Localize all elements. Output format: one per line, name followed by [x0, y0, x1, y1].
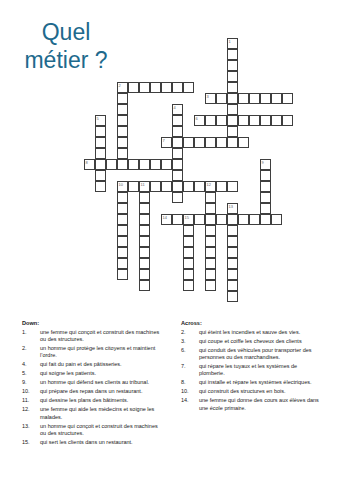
grid-cell[interactable]: [139, 247, 150, 258]
down-clues-section: Down: 1.une femme qui conçoit et constru…: [22, 320, 172, 448]
grid-cell[interactable]: [128, 82, 139, 93]
clue-item-text: qui dessine les plans des bâtiments.: [40, 397, 160, 404]
grid-cell[interactable]: [205, 269, 216, 280]
grid-cell[interactable]: [227, 269, 238, 280]
clue-item: 4.qui fait du pain et des pâtisseries.: [22, 361, 172, 368]
grid-cell[interactable]: [260, 203, 271, 214]
grid-cell[interactable]: [205, 214, 216, 225]
grid-cell[interactable]: [161, 214, 172, 225]
clue-item: 1.une femme qui conçoit et construit des…: [22, 329, 172, 344]
grid-cell[interactable]: [183, 280, 194, 291]
clue-item: 8.qui installe et répare les systèmes él…: [181, 379, 337, 386]
grid-cell[interactable]: [205, 115, 216, 126]
grid-cell[interactable]: [139, 192, 150, 203]
grid-cell[interactable]: [183, 269, 194, 280]
grid-cell[interactable]: [183, 247, 194, 258]
grid-cell[interactable]: [282, 115, 293, 126]
grid-cell[interactable]: [238, 214, 249, 225]
grid-cell[interactable]: [216, 214, 227, 225]
clue-item-number: 4.: [22, 361, 35, 368]
grid-cell[interactable]: [117, 236, 128, 247]
grid-cell[interactable]: [271, 93, 282, 104]
grid-cell[interactable]: [117, 258, 128, 269]
grid-cell[interactable]: [128, 159, 139, 170]
grid-cell[interactable]: [205, 181, 216, 192]
grid-cell[interactable]: [139, 236, 150, 247]
grid-cell[interactable]: [117, 93, 128, 104]
clue-item-number: 2.: [181, 329, 194, 336]
grid-cell[interactable]: [117, 203, 128, 214]
across-clues-list: 2.qui éteint les incendies et sauve des …: [181, 329, 337, 413]
grid-cell[interactable]: [150, 159, 161, 170]
grid-cell[interactable]: [183, 258, 194, 269]
grid-cell[interactable]: [139, 82, 150, 93]
grid-cell[interactable]: [139, 203, 150, 214]
grid-cell[interactable]: [128, 181, 139, 192]
grid-cell[interactable]: [117, 181, 128, 192]
grid-cell[interactable]: [205, 93, 216, 104]
grid-cell[interactable]: [139, 258, 150, 269]
grid-cell[interactable]: [150, 181, 161, 192]
grid-cell[interactable]: [216, 93, 227, 104]
grid-cell[interactable]: [139, 225, 150, 236]
down-clues-header: Down:: [22, 320, 172, 326]
clue-item: 15.qui sert les clients dans un restaura…: [22, 439, 172, 446]
clue-item-number: 5.: [22, 370, 35, 377]
grid-cell[interactable]: [172, 170, 183, 181]
grid-cell[interactable]: [161, 181, 172, 192]
clue-item-text: qui répare les tuyaux et les systèmes de…: [199, 363, 319, 378]
grid-cell[interactable]: [227, 280, 238, 291]
clue-item-text: une femme qui aide les médecins et soign…: [40, 406, 160, 421]
grid-cell[interactable]: [227, 126, 238, 137]
grid-cell[interactable]: [205, 137, 216, 148]
grid-cell[interactable]: [172, 126, 183, 137]
grid-cell[interactable]: [227, 225, 238, 236]
grid-cell[interactable]: [161, 82, 172, 93]
down-clues-list: 1.une femme qui conçoit et construit des…: [22, 329, 172, 447]
clue-item-text: un homme qui protège les citoyens et mai…: [40, 345, 160, 360]
grid-cell[interactable]: [117, 104, 128, 115]
grid-cell[interactable]: [172, 148, 183, 159]
clue-item-text: qui coupe et coiffe les cheveux des clie…: [199, 338, 319, 345]
grid-cell[interactable]: [260, 170, 271, 181]
grid-cell[interactable]: [95, 159, 106, 170]
clue-item: 12.une femme qui aide les médecins et so…: [22, 406, 172, 421]
grid-cell[interactable]: [95, 148, 106, 159]
clue-item-number: 6.: [181, 347, 194, 362]
grid-cell[interactable]: [194, 214, 205, 225]
clue-item-text: qui conduit des véhicules pour transport…: [199, 347, 319, 362]
grid-cell[interactable]: [227, 236, 238, 247]
clue-item-number: 1.: [22, 329, 35, 344]
clue-item: 2.qui éteint les incendies et sauve des …: [181, 329, 337, 336]
clue-item-number: 10.: [22, 388, 35, 395]
grid-cell[interactable]: [95, 115, 106, 126]
grid-cell[interactable]: [227, 104, 238, 115]
clue-item-number: 7.: [181, 363, 194, 378]
grid-cell[interactable]: [95, 170, 106, 181]
clue-item-text: qui soigne les patients.: [40, 370, 160, 377]
clue-item-text: qui éteint les incendies et sauve des vi…: [199, 329, 319, 336]
grid-cell[interactable]: [172, 82, 183, 93]
clue-item: 9.un homme qui défend ses clients au tri…: [22, 379, 172, 386]
grid-cell[interactable]: [227, 49, 238, 60]
grid-cell[interactable]: [260, 181, 271, 192]
grid-cell[interactable]: [260, 214, 271, 225]
clue-item: 2.un homme qui protège les citoyens et m…: [22, 345, 172, 360]
grid-cell[interactable]: [205, 192, 216, 203]
grid-cell[interactable]: [139, 159, 150, 170]
grid-cell[interactable]: [227, 181, 238, 192]
grid-cell[interactable]: [117, 269, 128, 280]
across-clues-section: Across: 2.qui éteint les incendies et sa…: [181, 320, 337, 414]
grid-cell[interactable]: [194, 181, 205, 192]
grid-cell[interactable]: [172, 115, 183, 126]
grid-cell[interactable]: [249, 214, 260, 225]
clue-item-number: 13.: [22, 423, 35, 438]
grid-cell[interactable]: [183, 236, 194, 247]
grid-cell[interactable]: [161, 137, 172, 148]
grid-cell[interactable]: [117, 126, 128, 137]
grid-cell[interactable]: [216, 181, 227, 192]
grid-cell[interactable]: [227, 71, 238, 82]
clue-item-text: une femme qui donne des cours aux élèves…: [199, 397, 319, 412]
clue-item-number: 10.: [181, 388, 194, 395]
clue-item: 11.qui dessine les plans des bâtiments.: [22, 397, 172, 404]
grid-cell[interactable]: [205, 225, 216, 236]
grid-cell[interactable]: [172, 159, 183, 170]
clue-item-number: 11.: [22, 397, 35, 404]
grid-cell[interactable]: [117, 247, 128, 258]
clue-item: 5.qui soigne les patients.: [22, 370, 172, 377]
grid-cell[interactable]: [95, 137, 106, 148]
grid-cell[interactable]: [139, 181, 150, 192]
clue-item-number: 15.: [22, 439, 35, 446]
across-clues-header: Across:: [181, 320, 337, 326]
grid-cell[interactable]: [117, 225, 128, 236]
grid-cell[interactable]: [227, 82, 238, 93]
grid-cell[interactable]: [227, 137, 238, 148]
grid-cell[interactable]: [183, 225, 194, 236]
grid-cell[interactable]: [95, 181, 106, 192]
grid-cell[interactable]: [227, 214, 238, 225]
clue-item-number: 14.: [181, 397, 194, 412]
grid-cell[interactable]: [95, 126, 106, 137]
grid-cell[interactable]: [117, 192, 128, 203]
clue-item-text: qui sert les clients dans un restaurant.: [40, 439, 160, 446]
page: Quel métier ? 123456789101112131415 Down…: [0, 0, 353, 500]
clue-item-text: un homme qui défend ses clients au tribu…: [40, 379, 160, 386]
grid-cell[interactable]: [227, 247, 238, 258]
grid-cell[interactable]: [150, 82, 161, 93]
crossword-grid: 123456789101112131415: [84, 38, 294, 303]
grid-cell[interactable]: [139, 280, 150, 291]
clue-item-text: qui construit des structures en bois.: [199, 388, 319, 395]
grid-cell[interactable]: [271, 214, 282, 225]
grid-cell[interactable]: [216, 115, 227, 126]
clue-item-text: qui prépare des repas dans un restaurant…: [40, 388, 160, 395]
grid-cell[interactable]: [139, 269, 150, 280]
clue-item-text: qui fait du pain et des pâtisseries.: [40, 361, 160, 368]
grid-cell[interactable]: [271, 115, 282, 126]
grid-cell[interactable]: [139, 214, 150, 225]
grid-cell[interactable]: [227, 291, 238, 302]
grid-cell[interactable]: [260, 159, 271, 170]
grid-cell[interactable]: [282, 93, 293, 104]
clue-item: 10.qui construit des structures en bois.: [181, 388, 337, 395]
clue-item-number: 2.: [22, 345, 35, 360]
grid-cell[interactable]: [205, 203, 216, 214]
grid-cell[interactable]: [260, 192, 271, 203]
grid-cell[interactable]: [84, 159, 95, 170]
grid-cell[interactable]: [183, 137, 194, 148]
clue-item: 3.qui coupe et coiffe les cheveux des cl…: [181, 338, 337, 345]
grid-cell[interactable]: [117, 82, 128, 93]
clue-item-text: qui installe et répare les systèmes élec…: [199, 379, 319, 386]
grid-cell[interactable]: [117, 214, 128, 225]
grid-cell[interactable]: [117, 137, 128, 148]
grid-cell[interactable]: [260, 115, 271, 126]
grid-cell[interactable]: [238, 93, 249, 104]
grid-cell[interactable]: [183, 181, 194, 192]
grid-cell[interactable]: [161, 159, 172, 170]
grid-cell[interactable]: [227, 115, 238, 126]
grid-cell[interactable]: [249, 115, 260, 126]
clue-item: 7.qui répare les tuyaux et les systèmes …: [181, 363, 337, 378]
clue-item-number: 12.: [22, 406, 35, 421]
grid-cell[interactable]: [205, 280, 216, 291]
grid-cell[interactable]: [194, 137, 205, 148]
grid-cell[interactable]: [238, 137, 249, 148]
grid-cell[interactable]: [117, 148, 128, 159]
grid-cell[interactable]: [205, 236, 216, 247]
grid-cell[interactable]: [238, 115, 249, 126]
grid-cell[interactable]: [260, 93, 271, 104]
grid-cell[interactable]: [172, 214, 183, 225]
grid-cell[interactable]: [227, 38, 238, 49]
grid-cell[interactable]: [249, 93, 260, 104]
grid-cell[interactable]: [117, 115, 128, 126]
clue-item-text: un homme qui conçoit et construit des ma…: [40, 423, 160, 438]
grid-cell[interactable]: [106, 159, 117, 170]
clue-item-number: 8.: [181, 379, 194, 386]
grid-cell[interactable]: [205, 258, 216, 269]
clue-item-text: une femme qui conçoit et construit des m…: [40, 329, 160, 344]
grid-cell[interactable]: [227, 258, 238, 269]
clue-item: 14.une femme qui donne des cours aux élè…: [181, 397, 337, 412]
grid-cell[interactable]: [205, 247, 216, 258]
grid-cell[interactable]: [227, 60, 238, 71]
grid-cell[interactable]: [183, 82, 194, 93]
clue-item: 13.un homme qui conçoit et construit des…: [22, 423, 172, 438]
clue-item: 6.qui conduit des véhicules pour transpo…: [181, 347, 337, 362]
grid-cell[interactable]: [194, 115, 205, 126]
grid-cell[interactable]: [172, 104, 183, 115]
grid-cell[interactable]: [117, 159, 128, 170]
grid-cell[interactable]: [172, 181, 183, 192]
clue-item-number: 3.: [181, 338, 194, 345]
grid-cell[interactable]: [216, 137, 227, 148]
clue-item-number: 9.: [22, 379, 35, 386]
grid-cell[interactable]: [172, 192, 183, 203]
grid-cell[interactable]: [172, 137, 183, 148]
grid-cell[interactable]: [227, 203, 238, 214]
clue-item: 10.qui prépare des repas dans un restaur…: [22, 388, 172, 395]
grid-cell[interactable]: [183, 214, 194, 225]
grid-cell[interactable]: [227, 93, 238, 104]
